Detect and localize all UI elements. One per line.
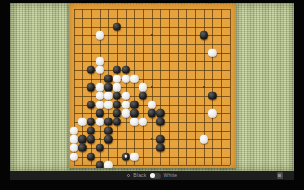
toggle-knob-icon bbox=[150, 173, 155, 178]
go-board[interactable] bbox=[69, 4, 236, 168]
black-stone bbox=[156, 109, 164, 117]
settings-icon bbox=[278, 174, 281, 177]
white-stone bbox=[130, 74, 138, 82]
black-stone bbox=[113, 66, 121, 74]
white-stone bbox=[96, 66, 104, 74]
white-stone bbox=[122, 100, 130, 108]
grid-line bbox=[195, 9, 196, 165]
settings-button[interactable] bbox=[277, 172, 283, 178]
black-player-label: Black bbox=[133, 171, 146, 180]
black-stone bbox=[104, 126, 112, 134]
black-stone bbox=[104, 83, 112, 91]
white-stone bbox=[96, 83, 104, 91]
white-stone bbox=[96, 31, 104, 39]
grid-line bbox=[230, 9, 231, 165]
grid-line bbox=[74, 131, 230, 132]
grid-line bbox=[221, 9, 222, 165]
white-stone bbox=[96, 100, 104, 108]
bottom-toolbar: Black White bbox=[10, 171, 294, 180]
white-stone bbox=[70, 126, 78, 134]
black-stone bbox=[104, 74, 112, 82]
white-stone bbox=[130, 152, 138, 160]
grid-line bbox=[212, 9, 213, 165]
white-stone bbox=[70, 135, 78, 143]
black-stone bbox=[208, 92, 216, 100]
white-stone bbox=[200, 135, 208, 143]
white-stone bbox=[96, 118, 104, 126]
black-stone bbox=[156, 135, 164, 143]
black-stone bbox=[78, 135, 86, 143]
black-stone bbox=[156, 118, 164, 126]
black-stone bbox=[87, 118, 95, 126]
grid-line bbox=[186, 9, 187, 165]
black-stone bbox=[156, 144, 164, 152]
black-stone bbox=[113, 109, 121, 117]
white-stone bbox=[139, 83, 147, 91]
last-move-marker bbox=[124, 155, 127, 158]
white-stone bbox=[104, 100, 112, 108]
grid-line bbox=[169, 9, 170, 165]
white-stone bbox=[130, 118, 138, 126]
white-stone bbox=[139, 118, 147, 126]
white-stone bbox=[122, 92, 130, 100]
black-stone bbox=[113, 100, 121, 108]
black-stone bbox=[113, 118, 121, 126]
black-stone bbox=[87, 152, 95, 160]
black-stone bbox=[87, 66, 95, 74]
black-stone bbox=[113, 22, 121, 30]
black-stone bbox=[113, 92, 121, 100]
black-stone bbox=[122, 152, 130, 160]
white-stone bbox=[122, 74, 130, 82]
white-stone bbox=[208, 48, 216, 56]
white-stone bbox=[113, 74, 121, 82]
black-stone bbox=[104, 135, 112, 143]
white-stone bbox=[122, 109, 130, 117]
white-stone bbox=[70, 152, 78, 160]
white-stone bbox=[113, 83, 121, 91]
white-stone bbox=[70, 144, 78, 152]
black-stone bbox=[87, 100, 95, 108]
black-stone bbox=[87, 135, 95, 143]
black-stone bbox=[96, 109, 104, 117]
black-stone bbox=[96, 144, 104, 152]
go-app-window: Black White bbox=[0, 0, 304, 190]
black-player-dot-icon bbox=[127, 174, 131, 178]
color-toggle-switch[interactable] bbox=[150, 173, 161, 179]
black-stone bbox=[200, 31, 208, 39]
white-stone bbox=[208, 109, 216, 117]
black-stone bbox=[96, 161, 104, 168]
grid-line bbox=[74, 157, 230, 158]
black-stone bbox=[130, 100, 138, 108]
black-stone bbox=[122, 66, 130, 74]
black-stone bbox=[148, 109, 156, 117]
white-stone bbox=[96, 57, 104, 65]
white-player-label: White bbox=[164, 171, 178, 180]
black-stone bbox=[139, 92, 147, 100]
white-stone bbox=[78, 118, 86, 126]
black-stone bbox=[87, 83, 95, 91]
black-stone bbox=[87, 126, 95, 134]
white-stone bbox=[148, 100, 156, 108]
black-stone bbox=[78, 144, 86, 152]
white-stone bbox=[104, 161, 112, 168]
grid-line bbox=[178, 9, 179, 165]
white-stone bbox=[104, 92, 112, 100]
black-stone bbox=[130, 109, 138, 117]
black-stone bbox=[104, 118, 112, 126]
white-stone bbox=[96, 92, 104, 100]
